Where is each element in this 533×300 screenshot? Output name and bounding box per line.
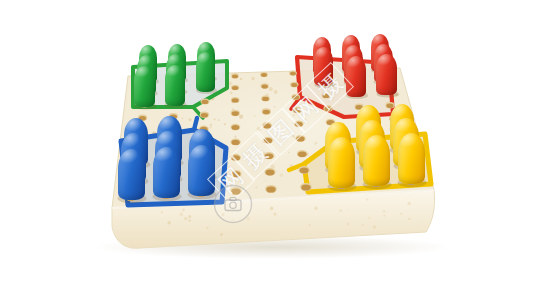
- board-speckle: [206, 227, 208, 229]
- board-speckle: [188, 215, 191, 218]
- board-hole-depth: [201, 113, 208, 118]
- board-speckle: [400, 213, 402, 215]
- watermark-character: 摄: [239, 140, 272, 173]
- board-speckle: [210, 127, 212, 129]
- board-speckle: [251, 77, 254, 80]
- peg-red[interactable]: [376, 54, 396, 95]
- board-speckle: [180, 213, 184, 217]
- board-hole-depth: [232, 125, 240, 130]
- board-speckle: [280, 174, 283, 177]
- board-hole-depth: [232, 111, 239, 116]
- peg-blue[interactable]: [118, 149, 145, 200]
- board-speckle: [346, 223, 349, 226]
- board-speckle: [288, 152, 290, 154]
- board-hole-depth: [202, 100, 209, 104]
- board-speckle: [368, 216, 371, 219]
- board-speckle: [214, 118, 216, 120]
- peg-blue[interactable]: [188, 145, 215, 196]
- board-speckle: [230, 92, 233, 95]
- board-speckle: [234, 136, 236, 138]
- board-hole-depth: [300, 168, 309, 174]
- peg-blue[interactable]: [153, 147, 180, 198]
- board-hole-depth: [263, 110, 270, 115]
- board-speckle: [210, 124, 213, 127]
- board-speckle: [383, 210, 386, 213]
- board-speckle: [220, 233, 223, 236]
- board-speckle: [224, 123, 226, 125]
- board-speckle: [407, 202, 411, 206]
- board-hole-depth: [386, 103, 393, 108]
- board-hole-depth: [266, 186, 275, 192]
- board-speckle: [229, 81, 232, 84]
- board-hole-depth: [301, 184, 310, 190]
- peg-green[interactable]: [165, 65, 185, 106]
- peg-green[interactable]: [134, 66, 154, 107]
- board-speckle: [339, 209, 342, 212]
- board-hole-depth: [232, 75, 238, 79]
- board-speckle: [167, 221, 170, 224]
- board-speckle: [218, 119, 220, 121]
- peg-yellow[interactable]: [328, 137, 355, 188]
- board-hole-depth: [261, 73, 267, 77]
- board-speckle: [314, 207, 317, 210]
- board-speckle: [274, 106, 276, 108]
- watermark-camera-logo-icon: [212, 183, 254, 225]
- board-speckle: [265, 180, 266, 181]
- peg-yellow[interactable]: [398, 133, 425, 184]
- board-speckle: [239, 115, 243, 119]
- board-speckle: [161, 211, 163, 213]
- board-speckle: [240, 78, 242, 80]
- board-speckle: [366, 198, 368, 200]
- board-speckle: [182, 117, 184, 119]
- board-hole-depth: [298, 152, 307, 158]
- watermark-character: 图: [265, 116, 298, 149]
- board-hole-depth: [262, 85, 268, 89]
- board-speckle: [254, 115, 256, 117]
- board-speckle: [255, 186, 257, 188]
- board-speckle: [408, 218, 410, 220]
- board-hole-depth: [291, 83, 297, 87]
- board-hole-depth: [266, 169, 275, 175]
- board-speckle: [269, 87, 273, 91]
- board-speckle: [309, 224, 311, 226]
- watermark-character: 摄: [314, 70, 347, 103]
- board-speckle: [347, 209, 348, 210]
- board-speckle: [273, 213, 276, 216]
- board-speckle: [184, 217, 187, 220]
- board-speckle: [384, 215, 386, 217]
- board-speckle: [314, 142, 317, 145]
- board-speckle: [188, 219, 191, 222]
- board-speckle: [182, 209, 185, 212]
- board-hole-depth: [262, 97, 269, 101]
- board-speckle: [373, 225, 377, 229]
- board-hole-depth: [232, 98, 239, 102]
- stock-photo-canvas: 网 摄 图 网 摄: [0, 0, 533, 300]
- board-hole-depth: [232, 140, 240, 145]
- peg-yellow[interactable]: [363, 135, 390, 186]
- home-exit-line-blue: [194, 118, 197, 130]
- peg-green[interactable]: [196, 52, 215, 92]
- board-speckle: [274, 90, 278, 94]
- board-speckle: [188, 118, 191, 121]
- board-speckle: [362, 224, 364, 226]
- board-speckle: [270, 207, 274, 211]
- board-hole-depth: [232, 86, 238, 90]
- board-hole-depth: [290, 72, 296, 76]
